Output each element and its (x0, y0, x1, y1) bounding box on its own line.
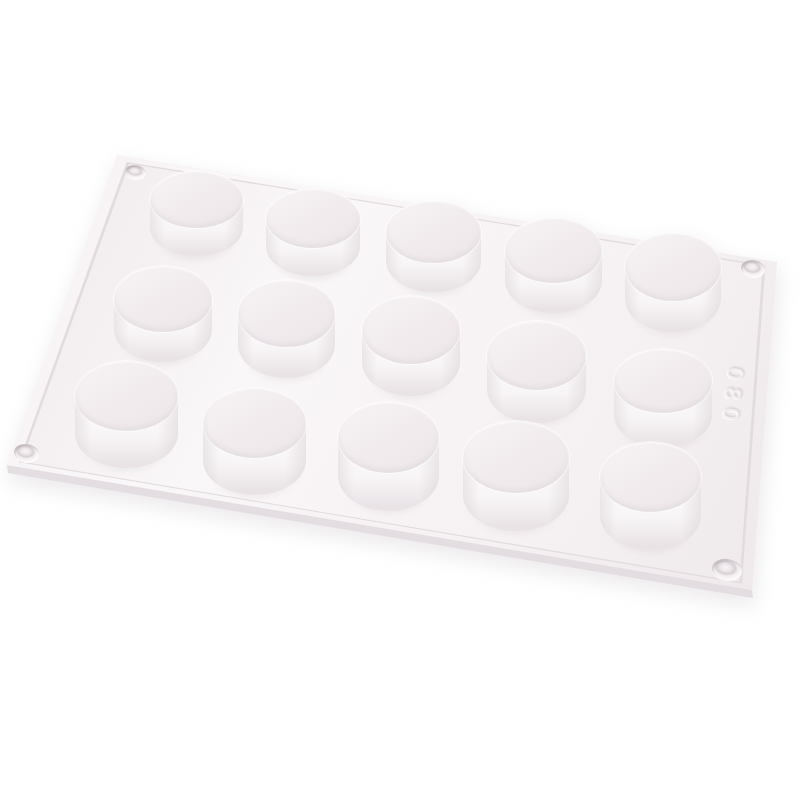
cavity-top-face (362, 296, 460, 364)
embossed-size-code: 080 (718, 366, 745, 429)
cavity-top-face (600, 442, 701, 512)
cavity-top-face (338, 402, 439, 473)
cavity-top-face (75, 361, 178, 431)
cavity-top-face (463, 421, 569, 493)
cavity-top-face (487, 321, 586, 390)
cavity-top-face (266, 189, 360, 248)
cavity-top-face (114, 266, 212, 332)
cavity-top-face (614, 349, 712, 413)
cavity-top-face (505, 218, 602, 283)
cavity-top-face (203, 388, 306, 458)
cavity-top-face (238, 280, 335, 347)
cavity-top-face (150, 171, 243, 228)
cavity-top-face (386, 201, 481, 263)
silicone-mold-tray: 080 (0, 0, 800, 800)
product-photo-scene: 080 (0, 0, 800, 800)
cavity-top-face (625, 233, 721, 301)
